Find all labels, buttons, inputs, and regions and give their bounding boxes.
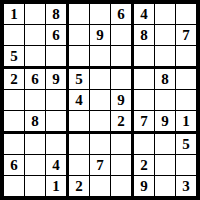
cell-r8c3[interactable]: 4 [46, 155, 69, 176]
cell-r4c3[interactable]: 9 [46, 69, 69, 90]
cell-r7c7[interactable] [134, 134, 155, 155]
cell-r7c1[interactable] [4, 134, 25, 155]
cell-r4c2[interactable]: 6 [25, 69, 46, 90]
cell-r2c6[interactable] [111, 25, 134, 46]
cell-r9c7[interactable]: 9 [134, 176, 155, 196]
cell-r2c3[interactable]: 6 [46, 25, 69, 46]
cell-r3c4[interactable] [69, 46, 90, 69]
cell-r9c9[interactable]: 3 [176, 176, 196, 196]
cell-r6c4[interactable] [69, 111, 90, 134]
cell-r6c9[interactable]: 1 [176, 111, 196, 134]
cell-r6c5[interactable] [90, 111, 111, 134]
cell-r9c4[interactable]: 2 [69, 176, 90, 196]
cell-r1c9[interactable] [176, 4, 196, 25]
cell-r6c3[interactable] [46, 111, 69, 134]
cell-r2c4[interactable] [69, 25, 90, 46]
cell-r4c6[interactable] [111, 69, 134, 90]
cell-r5c5[interactable] [90, 90, 111, 111]
cell-r5c9[interactable] [176, 90, 196, 111]
cell-r7c2[interactable] [25, 134, 46, 155]
cell-r3c2[interactable] [25, 46, 46, 69]
cell-r1c1[interactable]: 1 [4, 4, 25, 25]
cell-r1c3[interactable]: 8 [46, 4, 69, 25]
cell-r1c7[interactable]: 4 [134, 4, 155, 25]
cell-r6c6[interactable]: 2 [111, 111, 134, 134]
cell-r1c8[interactable] [155, 4, 176, 25]
cell-r7c3[interactable] [46, 134, 69, 155]
cell-r8c1[interactable]: 6 [4, 155, 25, 176]
cell-r5c1[interactable] [4, 90, 25, 111]
cell-r3c1[interactable]: 5 [4, 46, 25, 69]
cell-r1c4[interactable] [69, 4, 90, 25]
cell-r5c3[interactable] [46, 90, 69, 111]
cell-r8c8[interactable] [155, 155, 176, 176]
cell-r8c7[interactable]: 2 [134, 155, 155, 176]
cell-r6c8[interactable]: 9 [155, 111, 176, 134]
cell-r2c1[interactable] [4, 25, 25, 46]
cell-r7c6[interactable] [111, 134, 134, 155]
cell-r8c9[interactable] [176, 155, 196, 176]
cell-r6c2[interactable]: 8 [25, 111, 46, 134]
cell-r9c3[interactable]: 1 [46, 176, 69, 196]
cell-r1c5[interactable] [90, 4, 111, 25]
cell-r8c5[interactable]: 7 [90, 155, 111, 176]
cell-r4c9[interactable] [176, 69, 196, 90]
cell-r4c5[interactable] [90, 69, 111, 90]
sudoku-board: 186469875269584982791564721293 [0, 0, 200, 200]
cell-r7c8[interactable] [155, 134, 176, 155]
cell-r4c8[interactable]: 8 [155, 69, 176, 90]
cell-r3c8[interactable] [155, 46, 176, 69]
cell-r5c8[interactable] [155, 90, 176, 111]
cell-r8c4[interactable] [69, 155, 90, 176]
cell-r3c9[interactable] [176, 46, 196, 69]
cell-r3c7[interactable] [134, 46, 155, 69]
cell-r6c1[interactable] [4, 111, 25, 134]
cell-r3c5[interactable] [90, 46, 111, 69]
cell-r9c5[interactable] [90, 176, 111, 196]
cell-r9c6[interactable] [111, 176, 134, 196]
cell-r1c6[interactable]: 6 [111, 4, 134, 25]
cell-r4c1[interactable]: 2 [4, 69, 25, 90]
cell-r3c3[interactable] [46, 46, 69, 69]
cell-r7c4[interactable] [69, 134, 90, 155]
cell-r5c6[interactable]: 9 [111, 90, 134, 111]
cell-r3c6[interactable] [111, 46, 134, 69]
cell-r2c7[interactable]: 8 [134, 25, 155, 46]
cell-r9c2[interactable] [25, 176, 46, 196]
cell-r9c8[interactable] [155, 176, 176, 196]
cell-r6c7[interactable]: 7 [134, 111, 155, 134]
cell-r5c2[interactable] [25, 90, 46, 111]
cell-r5c7[interactable] [134, 90, 155, 111]
cell-r2c8[interactable] [155, 25, 176, 46]
cell-r8c6[interactable] [111, 155, 134, 176]
cell-r8c2[interactable] [25, 155, 46, 176]
cell-r5c4[interactable]: 4 [69, 90, 90, 111]
cell-r4c7[interactable] [134, 69, 155, 90]
cell-r2c5[interactable]: 9 [90, 25, 111, 46]
cell-r2c2[interactable] [25, 25, 46, 46]
cell-r7c9[interactable]: 5 [176, 134, 196, 155]
cell-r4c4[interactable]: 5 [69, 69, 90, 90]
cell-r2c9[interactable]: 7 [176, 25, 196, 46]
cell-r1c2[interactable] [25, 4, 46, 25]
cell-r7c5[interactable] [90, 134, 111, 155]
cell-r9c1[interactable] [4, 176, 25, 196]
